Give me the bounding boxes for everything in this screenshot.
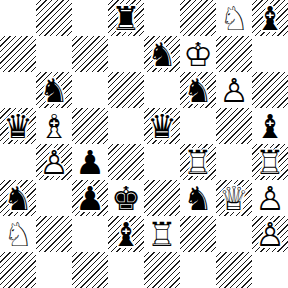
square-a2[interactable]: ♞♘ xyxy=(0,216,36,252)
square-g6[interactable]: ♟♙ xyxy=(216,72,252,108)
square-a1[interactable] xyxy=(0,252,36,288)
piece-glyph: ♞ xyxy=(180,72,216,108)
black-pawn-c4: ♟♟ xyxy=(72,144,108,180)
square-a3[interactable]: ♞♞ xyxy=(0,180,36,216)
square-c4[interactable]: ♟♟ xyxy=(72,144,108,180)
square-e8[interactable] xyxy=(144,0,180,36)
square-h8[interactable]: ♝♝ xyxy=(252,0,288,36)
white-bishop-b5: ♝♗ xyxy=(36,108,72,144)
piece-glyph: ♝ xyxy=(252,0,288,36)
white-rook-e2: ♜♖ xyxy=(144,216,180,252)
piece-glyph: ♖ xyxy=(252,144,288,180)
square-h2[interactable]: ♟♙ xyxy=(252,216,288,252)
square-h5[interactable]: ♝♝ xyxy=(252,108,288,144)
white-pawn-h3: ♟♙ xyxy=(252,180,288,216)
piece-glyph: ♞ xyxy=(36,72,72,108)
square-d1[interactable] xyxy=(108,252,144,288)
square-e3[interactable] xyxy=(144,180,180,216)
black-bishop-d2: ♝♝ xyxy=(108,216,144,252)
piece-glyph: ♝ xyxy=(108,216,144,252)
square-f2[interactable] xyxy=(180,216,216,252)
square-e6[interactable] xyxy=(144,72,180,108)
black-knight-b6: ♞♞ xyxy=(36,72,72,108)
black-knight-f3: ♞♞ xyxy=(180,180,216,216)
square-g5[interactable] xyxy=(216,108,252,144)
piece-glyph: ♙ xyxy=(216,72,252,108)
square-d5[interactable] xyxy=(108,108,144,144)
piece-glyph: ♞ xyxy=(0,180,36,216)
square-a8[interactable] xyxy=(0,0,36,36)
square-f3[interactable]: ♞♞ xyxy=(180,180,216,216)
white-rook-h4: ♜♖ xyxy=(252,144,288,180)
square-h7[interactable] xyxy=(252,36,288,72)
black-bishop-h8: ♝♝ xyxy=(252,0,288,36)
black-knight-a3: ♞♞ xyxy=(0,180,36,216)
square-g3[interactable]: ♛♕ xyxy=(216,180,252,216)
piece-glyph: ♞ xyxy=(180,180,216,216)
square-e7[interactable]: ♞♞ xyxy=(144,36,180,72)
piece-glyph: ♝ xyxy=(252,108,288,144)
square-e1[interactable] xyxy=(144,252,180,288)
square-d6[interactable] xyxy=(108,72,144,108)
square-b3[interactable] xyxy=(36,180,72,216)
square-b1[interactable] xyxy=(36,252,72,288)
white-queen-g3: ♛♕ xyxy=(216,180,252,216)
black-rook-d8: ♜♜ xyxy=(108,0,144,36)
black-queen-a5: ♛♛ xyxy=(0,108,36,144)
square-h4[interactable]: ♜♖ xyxy=(252,144,288,180)
square-a7[interactable] xyxy=(0,36,36,72)
piece-glyph: ♛ xyxy=(0,108,36,144)
white-pawn-b4: ♟♙ xyxy=(36,144,72,180)
square-g8[interactable]: ♞♘ xyxy=(216,0,252,36)
piece-glyph: ♖ xyxy=(144,216,180,252)
piece-glyph: ♙ xyxy=(252,180,288,216)
square-b4[interactable]: ♟♙ xyxy=(36,144,72,180)
piece-glyph: ♘ xyxy=(216,0,252,36)
square-c3[interactable]: ♟♟ xyxy=(72,180,108,216)
square-f7[interactable]: ♚♔ xyxy=(180,36,216,72)
piece-glyph: ♙ xyxy=(252,216,288,252)
piece-glyph: ♞ xyxy=(144,36,180,72)
white-pawn-g6: ♟♙ xyxy=(216,72,252,108)
square-h6[interactable] xyxy=(252,72,288,108)
white-knight-g8: ♞♘ xyxy=(216,0,252,36)
square-b6[interactable]: ♞♞ xyxy=(36,72,72,108)
square-d3[interactable]: ♚♚ xyxy=(108,180,144,216)
piece-glyph: ♚ xyxy=(108,180,144,216)
piece-glyph: ♖ xyxy=(180,144,216,180)
square-b7[interactable] xyxy=(36,36,72,72)
piece-glyph: ♜ xyxy=(108,0,144,36)
square-g1[interactable] xyxy=(216,252,252,288)
square-c8[interactable] xyxy=(72,0,108,36)
square-f6[interactable]: ♞♞ xyxy=(180,72,216,108)
piece-glyph: ♗ xyxy=(36,108,72,144)
square-g4[interactable] xyxy=(216,144,252,180)
square-f5[interactable] xyxy=(180,108,216,144)
square-g7[interactable] xyxy=(216,36,252,72)
square-d2[interactable]: ♝♝ xyxy=(108,216,144,252)
black-knight-f6: ♞♞ xyxy=(180,72,216,108)
square-e5[interactable]: ♛♛ xyxy=(144,108,180,144)
piece-glyph: ♕ xyxy=(216,180,252,216)
chess-board: ♜♜♞♘♝♝♞♞♚♔♞♞♞♞♟♙♛♛♝♗♛♛♝♝♟♙♟♟♜♖♜♖♞♞♟♟♚♚♞♞… xyxy=(0,0,288,288)
piece-glyph: ♙ xyxy=(36,144,72,180)
square-b8[interactable] xyxy=(36,0,72,36)
white-pawn-h2: ♟♙ xyxy=(252,216,288,252)
square-d8[interactable]: ♜♜ xyxy=(108,0,144,36)
square-d4[interactable] xyxy=(108,144,144,180)
square-c7[interactable] xyxy=(72,36,108,72)
square-a6[interactable] xyxy=(0,72,36,108)
white-rook-f4: ♜♖ xyxy=(180,144,216,180)
square-b2[interactable] xyxy=(36,216,72,252)
black-knight-e7: ♞♞ xyxy=(144,36,180,72)
square-c1[interactable] xyxy=(72,252,108,288)
black-queen-e5: ♛♛ xyxy=(144,108,180,144)
square-a4[interactable] xyxy=(0,144,36,180)
square-e2[interactable]: ♜♖ xyxy=(144,216,180,252)
black-pawn-c3: ♟♟ xyxy=(72,180,108,216)
square-g2[interactable] xyxy=(216,216,252,252)
piece-glyph: ♘ xyxy=(0,216,36,252)
piece-glyph: ♟ xyxy=(72,180,108,216)
black-bishop-h5: ♝♝ xyxy=(252,108,288,144)
square-f1[interactable] xyxy=(180,252,216,288)
piece-glyph: ♔ xyxy=(180,36,216,72)
square-h1[interactable] xyxy=(252,252,288,288)
square-d7[interactable] xyxy=(108,36,144,72)
black-king-d3: ♚♚ xyxy=(108,180,144,216)
square-b5[interactable]: ♝♗ xyxy=(36,108,72,144)
square-c2[interactable] xyxy=(72,216,108,252)
white-king-f7: ♚♔ xyxy=(180,36,216,72)
square-e4[interactable] xyxy=(144,144,180,180)
square-h3[interactable]: ♟♙ xyxy=(252,180,288,216)
square-c6[interactable] xyxy=(72,72,108,108)
piece-glyph: ♟ xyxy=(72,144,108,180)
square-c5[interactable] xyxy=(72,108,108,144)
piece-glyph: ♛ xyxy=(144,108,180,144)
square-f4[interactable]: ♜♖ xyxy=(180,144,216,180)
square-a5[interactable]: ♛♛ xyxy=(0,108,36,144)
square-f8[interactable] xyxy=(180,0,216,36)
white-knight-a2: ♞♘ xyxy=(0,216,36,252)
